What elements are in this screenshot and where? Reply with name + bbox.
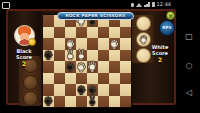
square-r8c1[interactable] xyxy=(43,96,54,108)
navigation-bar: □ ○ ◁ xyxy=(176,0,200,113)
square-r8c2[interactable] xyxy=(54,96,65,108)
square-r4c8[interactable] xyxy=(120,50,131,62)
coin-badge xyxy=(28,38,36,46)
black-rock-piece xyxy=(43,48,54,61)
square-r8c4[interactable] xyxy=(76,96,87,108)
signal-icon xyxy=(144,2,150,7)
square-r5c3[interactable] xyxy=(65,61,76,73)
square-r5c5[interactable] xyxy=(87,61,98,73)
title-banner: ROCK PAPER SCISSORS xyxy=(57,12,134,20)
status-time: 12:44 xyxy=(157,2,171,7)
square-r6c8[interactable] xyxy=(120,73,131,85)
white-rock-piece xyxy=(76,60,87,73)
tray-slot xyxy=(23,75,38,90)
black-score-panel: Black Score 2 xyxy=(9,49,39,67)
square-r7c8[interactable] xyxy=(120,84,131,96)
square-r6c2[interactable] xyxy=(54,73,65,85)
square-r3c7[interactable] xyxy=(109,38,120,50)
black-scissors-piece xyxy=(87,94,98,107)
square-r3c8[interactable] xyxy=(120,38,131,50)
white-score-value: 2 xyxy=(145,56,175,63)
square-r7c7[interactable] xyxy=(109,84,120,96)
tray-slot xyxy=(23,91,38,106)
square-r5c7[interactable] xyxy=(109,61,120,73)
black-rock-piece xyxy=(76,83,87,96)
square-r8c3[interactable] xyxy=(65,96,76,108)
square-r8c8[interactable] xyxy=(120,96,131,108)
square-r2c6[interactable] xyxy=(98,27,109,39)
status-bar: 12:44 xyxy=(0,0,200,9)
square-r7c6[interactable] xyxy=(98,84,109,96)
bluetooth-icon xyxy=(131,3,134,7)
square-r5c1[interactable] xyxy=(43,61,54,73)
square-r7c3[interactable] xyxy=(65,84,76,96)
game-screen: ROCK PAPER SCISSORS Black Score 2 × RPS … xyxy=(6,9,176,105)
square-r2c2[interactable] xyxy=(54,27,65,39)
square-r4c6[interactable] xyxy=(98,50,109,62)
square-r2c1[interactable] xyxy=(43,27,54,39)
wifi-icon xyxy=(136,3,142,7)
home-button[interactable]: ○ xyxy=(184,61,194,71)
square-r5c8[interactable] xyxy=(120,61,131,73)
battery-icon xyxy=(152,2,155,7)
black-score-value: 2 xyxy=(9,60,39,67)
square-r6c7[interactable] xyxy=(109,73,120,85)
square-r3c2[interactable] xyxy=(54,38,65,50)
white-paper-piece xyxy=(139,34,148,45)
square-r5c6[interactable] xyxy=(98,61,109,73)
black-rock-piece xyxy=(43,94,54,107)
back-button[interactable]: ◁ xyxy=(184,88,194,98)
square-r3c6[interactable] xyxy=(98,38,109,50)
white-score-panel: White Score 2 xyxy=(145,45,175,63)
square-r8c7[interactable] xyxy=(109,96,120,108)
square-r6c3[interactable] xyxy=(65,73,76,85)
square-r4c7[interactable] xyxy=(109,50,120,62)
white-paper-piece xyxy=(87,60,98,73)
tray-slot xyxy=(136,16,151,31)
white-rock-piece xyxy=(109,37,120,50)
square-r2c5[interactable] xyxy=(87,27,98,39)
square-r2c4[interactable] xyxy=(76,27,87,39)
notification-icon xyxy=(2,2,10,9)
square-r6c6[interactable] xyxy=(98,73,109,85)
square-r5c2[interactable] xyxy=(54,61,65,73)
recents-button[interactable]: □ xyxy=(184,32,194,42)
black-rock-piece xyxy=(65,60,76,73)
square-r6c1[interactable] xyxy=(43,73,54,85)
square-r7c2[interactable] xyxy=(54,84,65,96)
board xyxy=(43,15,131,107)
square-r4c2[interactable] xyxy=(54,50,65,62)
square-r3c5[interactable] xyxy=(87,38,98,50)
square-r1c1[interactable] xyxy=(43,15,54,27)
square-r5c4[interactable] xyxy=(76,61,87,73)
rps-logo-badge: RPS xyxy=(159,20,175,36)
square-r2c8[interactable] xyxy=(120,27,131,39)
square-r4c1[interactable] xyxy=(43,50,54,62)
square-r8c5[interactable] xyxy=(87,96,98,108)
square-r8c6[interactable] xyxy=(98,96,109,108)
close-button[interactable]: × xyxy=(166,11,175,20)
square-r7c4[interactable] xyxy=(76,84,87,96)
